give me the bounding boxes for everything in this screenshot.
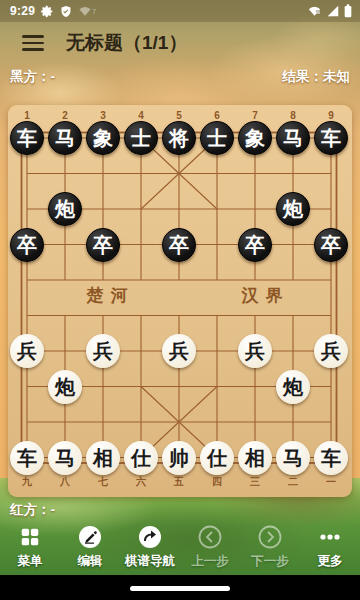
file-number-top: 3 [100, 110, 106, 121]
ellipsis-icon [317, 524, 343, 550]
game-info-row: 黑方：- 结果：未知 [0, 68, 360, 86]
piece-black-soldier[interactable]: 卒 [238, 228, 272, 262]
piece-black-advisor[interactable]: 士 [200, 121, 234, 155]
piece-red-soldier[interactable]: 兵 [10, 334, 44, 368]
piece-black-elephant[interactable]: 象 [86, 121, 120, 155]
piece-red-elephant[interactable]: 相 [238, 441, 272, 475]
file-number-top: 4 [138, 110, 144, 121]
piece-black-cannon[interactable]: 炮 [48, 192, 82, 226]
wifi-dim-icon: 7 [78, 5, 98, 17]
file-number-top: 6 [214, 110, 220, 121]
page-title: 无标题（1/1） [66, 30, 187, 56]
black-player-label: 黑方：- [10, 68, 55, 86]
file-number-top: 8 [290, 110, 296, 121]
file-number-bottom: 八 [60, 475, 70, 489]
clock-time: 9:29 [10, 4, 35, 18]
piece-red-rook[interactable]: 车 [314, 441, 348, 475]
river-label-left: 楚河 [80, 284, 135, 307]
game-record-nav-button[interactable]: 棋谱导航 [120, 524, 180, 575]
piece-red-horse[interactable]: 马 [276, 441, 310, 475]
piece-red-soldier[interactable]: 兵 [314, 334, 348, 368]
bottom-toolbar: 菜单 编辑 棋谱导航 上一步 下一步 [0, 524, 360, 575]
previous-move-button[interactable]: 上一步 [180, 524, 240, 575]
piece-black-advisor[interactable]: 士 [124, 121, 158, 155]
red-player-label: 红方：- [10, 502, 55, 517]
wifi-icon [307, 5, 322, 17]
file-number-bottom: 七 [98, 475, 108, 489]
file-number-bottom: 五 [174, 475, 184, 489]
file-number-bottom: 四 [212, 475, 222, 489]
piece-red-advisor[interactable]: 仕 [124, 441, 158, 475]
svg-text:7: 7 [93, 8, 97, 15]
status-bar: 9:29 7 [0, 0, 360, 22]
redo-arrow-circle-icon [137, 524, 163, 550]
piece-red-cannon[interactable]: 炮 [48, 370, 82, 404]
file-number-bottom: 一 [326, 475, 336, 489]
xiangqi-board[interactable]: 楚河 汉界 123456789 九八七六五四三二一 车马象士将士象马车炮炮卒卒卒… [8, 105, 352, 497]
file-number-bottom: 二 [288, 475, 298, 489]
gear-icon [41, 5, 54, 18]
chevron-left-circle-icon [197, 524, 223, 550]
shield-icon [60, 5, 72, 18]
file-number-bottom: 三 [250, 475, 260, 489]
piece-red-soldier[interactable]: 兵 [238, 334, 272, 368]
red-info-row: 红方：- [10, 500, 55, 519]
piece-red-soldier[interactable]: 兵 [162, 334, 196, 368]
file-number-bottom: 九 [22, 475, 32, 489]
piece-black-elephant[interactable]: 象 [238, 121, 272, 155]
next-move-button[interactable]: 下一步 [240, 524, 300, 575]
piece-black-rook[interactable]: 车 [314, 121, 348, 155]
piece-black-horse[interactable]: 马 [48, 121, 82, 155]
piece-black-rook[interactable]: 车 [10, 121, 44, 155]
piece-black-soldier[interactable]: 卒 [10, 228, 44, 262]
xiangqi-app: 9:29 7 无标题（1/1） [0, 0, 360, 600]
piece-black-soldier[interactable]: 卒 [86, 228, 120, 262]
river-label-right: 汉界 [235, 284, 290, 307]
file-number-top: 5 [176, 110, 182, 121]
hamburger-icon[interactable] [22, 35, 44, 51]
battery-icon [344, 4, 352, 18]
piece-black-horse[interactable]: 马 [276, 121, 310, 155]
home-indicator[interactable] [130, 586, 230, 591]
piece-black-general[interactable]: 将 [162, 121, 196, 155]
file-number-top: 1 [24, 110, 30, 121]
piece-red-general[interactable]: 帅 [162, 441, 196, 475]
more-button[interactable]: 更多 [300, 524, 360, 575]
piece-black-cannon[interactable]: 炮 [276, 192, 310, 226]
result-label: 结果：未知 [283, 68, 351, 86]
pencil-circle-icon [77, 524, 103, 550]
piece-red-cannon[interactable]: 炮 [276, 370, 310, 404]
piece-red-horse[interactable]: 马 [48, 441, 82, 475]
piece-red-elephant[interactable]: 相 [86, 441, 120, 475]
file-number-bottom: 六 [136, 475, 146, 489]
piece-red-advisor[interactable]: 仕 [200, 441, 234, 475]
piece-black-soldier[interactable]: 卒 [314, 228, 348, 262]
piece-black-soldier[interactable]: 卒 [162, 228, 196, 262]
file-number-top: 2 [62, 110, 68, 121]
piece-red-soldier[interactable]: 兵 [86, 334, 120, 368]
title-bar: 无标题（1/1） [0, 22, 360, 64]
grid-menu-icon [17, 524, 43, 550]
edit-button[interactable]: 编辑 [60, 524, 120, 575]
board-grid [8, 105, 352, 497]
menu-button[interactable]: 菜单 [0, 524, 60, 575]
file-number-top: 7 [252, 110, 258, 121]
file-number-top: 9 [328, 110, 334, 121]
piece-red-rook[interactable]: 车 [10, 441, 44, 475]
chevron-right-circle-icon [257, 524, 283, 550]
signal-icon [326, 5, 340, 17]
